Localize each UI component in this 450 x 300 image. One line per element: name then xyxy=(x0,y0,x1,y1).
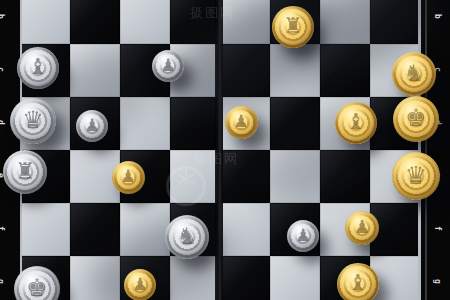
square-c6[interactable] xyxy=(270,44,320,97)
piece-gold-queen-e8[interactable]: ♛ xyxy=(392,152,440,200)
piece-gold-pawn-d5[interactable]: ♟ xyxy=(225,106,258,139)
square-g2[interactable] xyxy=(70,256,120,300)
square-g5[interactable] xyxy=(220,256,270,300)
file-label-left-f: f xyxy=(0,223,5,235)
piece-gold-rook-b6[interactable]: ♜ xyxy=(272,6,314,48)
silver-pawn-glyph: ♟ xyxy=(160,57,175,74)
piece-silver-knight-f4[interactable]: ♞ xyxy=(165,215,209,259)
square-b3[interactable] xyxy=(120,0,170,44)
gold-bishop-glyph: ♝ xyxy=(348,272,368,294)
board-fold-line xyxy=(215,0,223,300)
piece-silver-pawn-c4[interactable]: ♟ xyxy=(152,50,184,82)
square-e6[interactable] xyxy=(270,150,320,203)
square-b8[interactable] xyxy=(370,0,420,44)
silver-knight-glyph: ♞ xyxy=(177,225,198,248)
square-c5[interactable] xyxy=(220,44,270,97)
square-b1[interactable] xyxy=(20,0,70,44)
piece-silver-pawn-d2[interactable]: ♟ xyxy=(76,110,108,142)
square-e5[interactable] xyxy=(220,150,270,203)
square-f1[interactable] xyxy=(20,203,70,256)
file-label-left-d: d xyxy=(0,117,5,129)
piece-silver-bishop-c1[interactable]: ♝ xyxy=(17,47,59,89)
square-e4[interactable] xyxy=(170,150,220,203)
square-f3[interactable] xyxy=(120,203,170,256)
piece-silver-rook-e1[interactable]: ♜ xyxy=(3,150,47,194)
file-label-right-f: f xyxy=(433,223,442,235)
file-label-right-b: b xyxy=(433,11,442,23)
chessboard-photo: bbccddeeffgg ♜♝♟♞♛♟♟♝♚♜♟♛♞♟♟♚♟♝ 摄图网 摄图网 xyxy=(0,0,450,300)
gold-rook-glyph: ♜ xyxy=(283,15,303,37)
gold-queen-glyph: ♛ xyxy=(405,163,427,188)
square-b2[interactable] xyxy=(70,0,120,44)
board-frame-right xyxy=(418,0,450,300)
gold-pawn-glyph: ♟ xyxy=(233,113,248,130)
piece-silver-queen-d1[interactable]: ♛ xyxy=(10,98,56,144)
square-f2[interactable] xyxy=(70,203,120,256)
square-d4[interactable] xyxy=(170,97,220,150)
square-d3[interactable] xyxy=(120,97,170,150)
square-c7[interactable] xyxy=(320,44,370,97)
gold-king-glyph: ♚ xyxy=(405,106,427,130)
square-g4[interactable] xyxy=(170,256,220,300)
piece-gold-bishop-d7[interactable]: ♝ xyxy=(335,102,377,144)
square-c2[interactable] xyxy=(70,44,120,97)
silver-pawn-glyph: ♟ xyxy=(84,117,99,134)
silver-queen-glyph: ♛ xyxy=(22,108,44,132)
silver-king-glyph: ♚ xyxy=(26,276,48,300)
square-g6[interactable] xyxy=(270,256,320,300)
piece-gold-king-d8[interactable]: ♚ xyxy=(393,96,439,142)
piece-silver-pawn-f6[interactable]: ♟ xyxy=(287,220,319,252)
piece-gold-pawn-e3[interactable]: ♟ xyxy=(112,161,145,194)
piece-gold-knight-c8[interactable]: ♞ xyxy=(392,52,436,96)
gold-pawn-glyph: ♟ xyxy=(132,276,147,293)
square-f5[interactable] xyxy=(220,203,270,256)
piece-gold-pawn-f7[interactable]: ♟ xyxy=(345,211,379,245)
piece-gold-pawn-g3[interactable]: ♟ xyxy=(124,269,156,300)
piece-gold-bishop-g7[interactable]: ♝ xyxy=(337,263,379,300)
square-b5[interactable] xyxy=(220,0,270,44)
square-b7[interactable] xyxy=(320,0,370,44)
silver-pawn-glyph: ♟ xyxy=(295,227,310,244)
gold-knight-glyph: ♞ xyxy=(404,62,425,85)
square-b4[interactable] xyxy=(170,0,220,44)
square-d6[interactable] xyxy=(270,97,320,150)
silver-bishop-glyph: ♝ xyxy=(28,56,48,78)
gold-pawn-glyph: ♟ xyxy=(354,218,370,236)
gold-bishop-glyph: ♝ xyxy=(346,111,366,133)
file-label-left-c: c xyxy=(0,64,5,76)
file-label-right-g: g xyxy=(433,276,442,288)
gold-pawn-glyph: ♟ xyxy=(120,168,135,185)
silver-rook-glyph: ♜ xyxy=(15,160,36,183)
file-label-left-g: g xyxy=(0,276,5,288)
file-label-left-b: b xyxy=(0,11,5,23)
square-e7[interactable] xyxy=(320,150,370,203)
